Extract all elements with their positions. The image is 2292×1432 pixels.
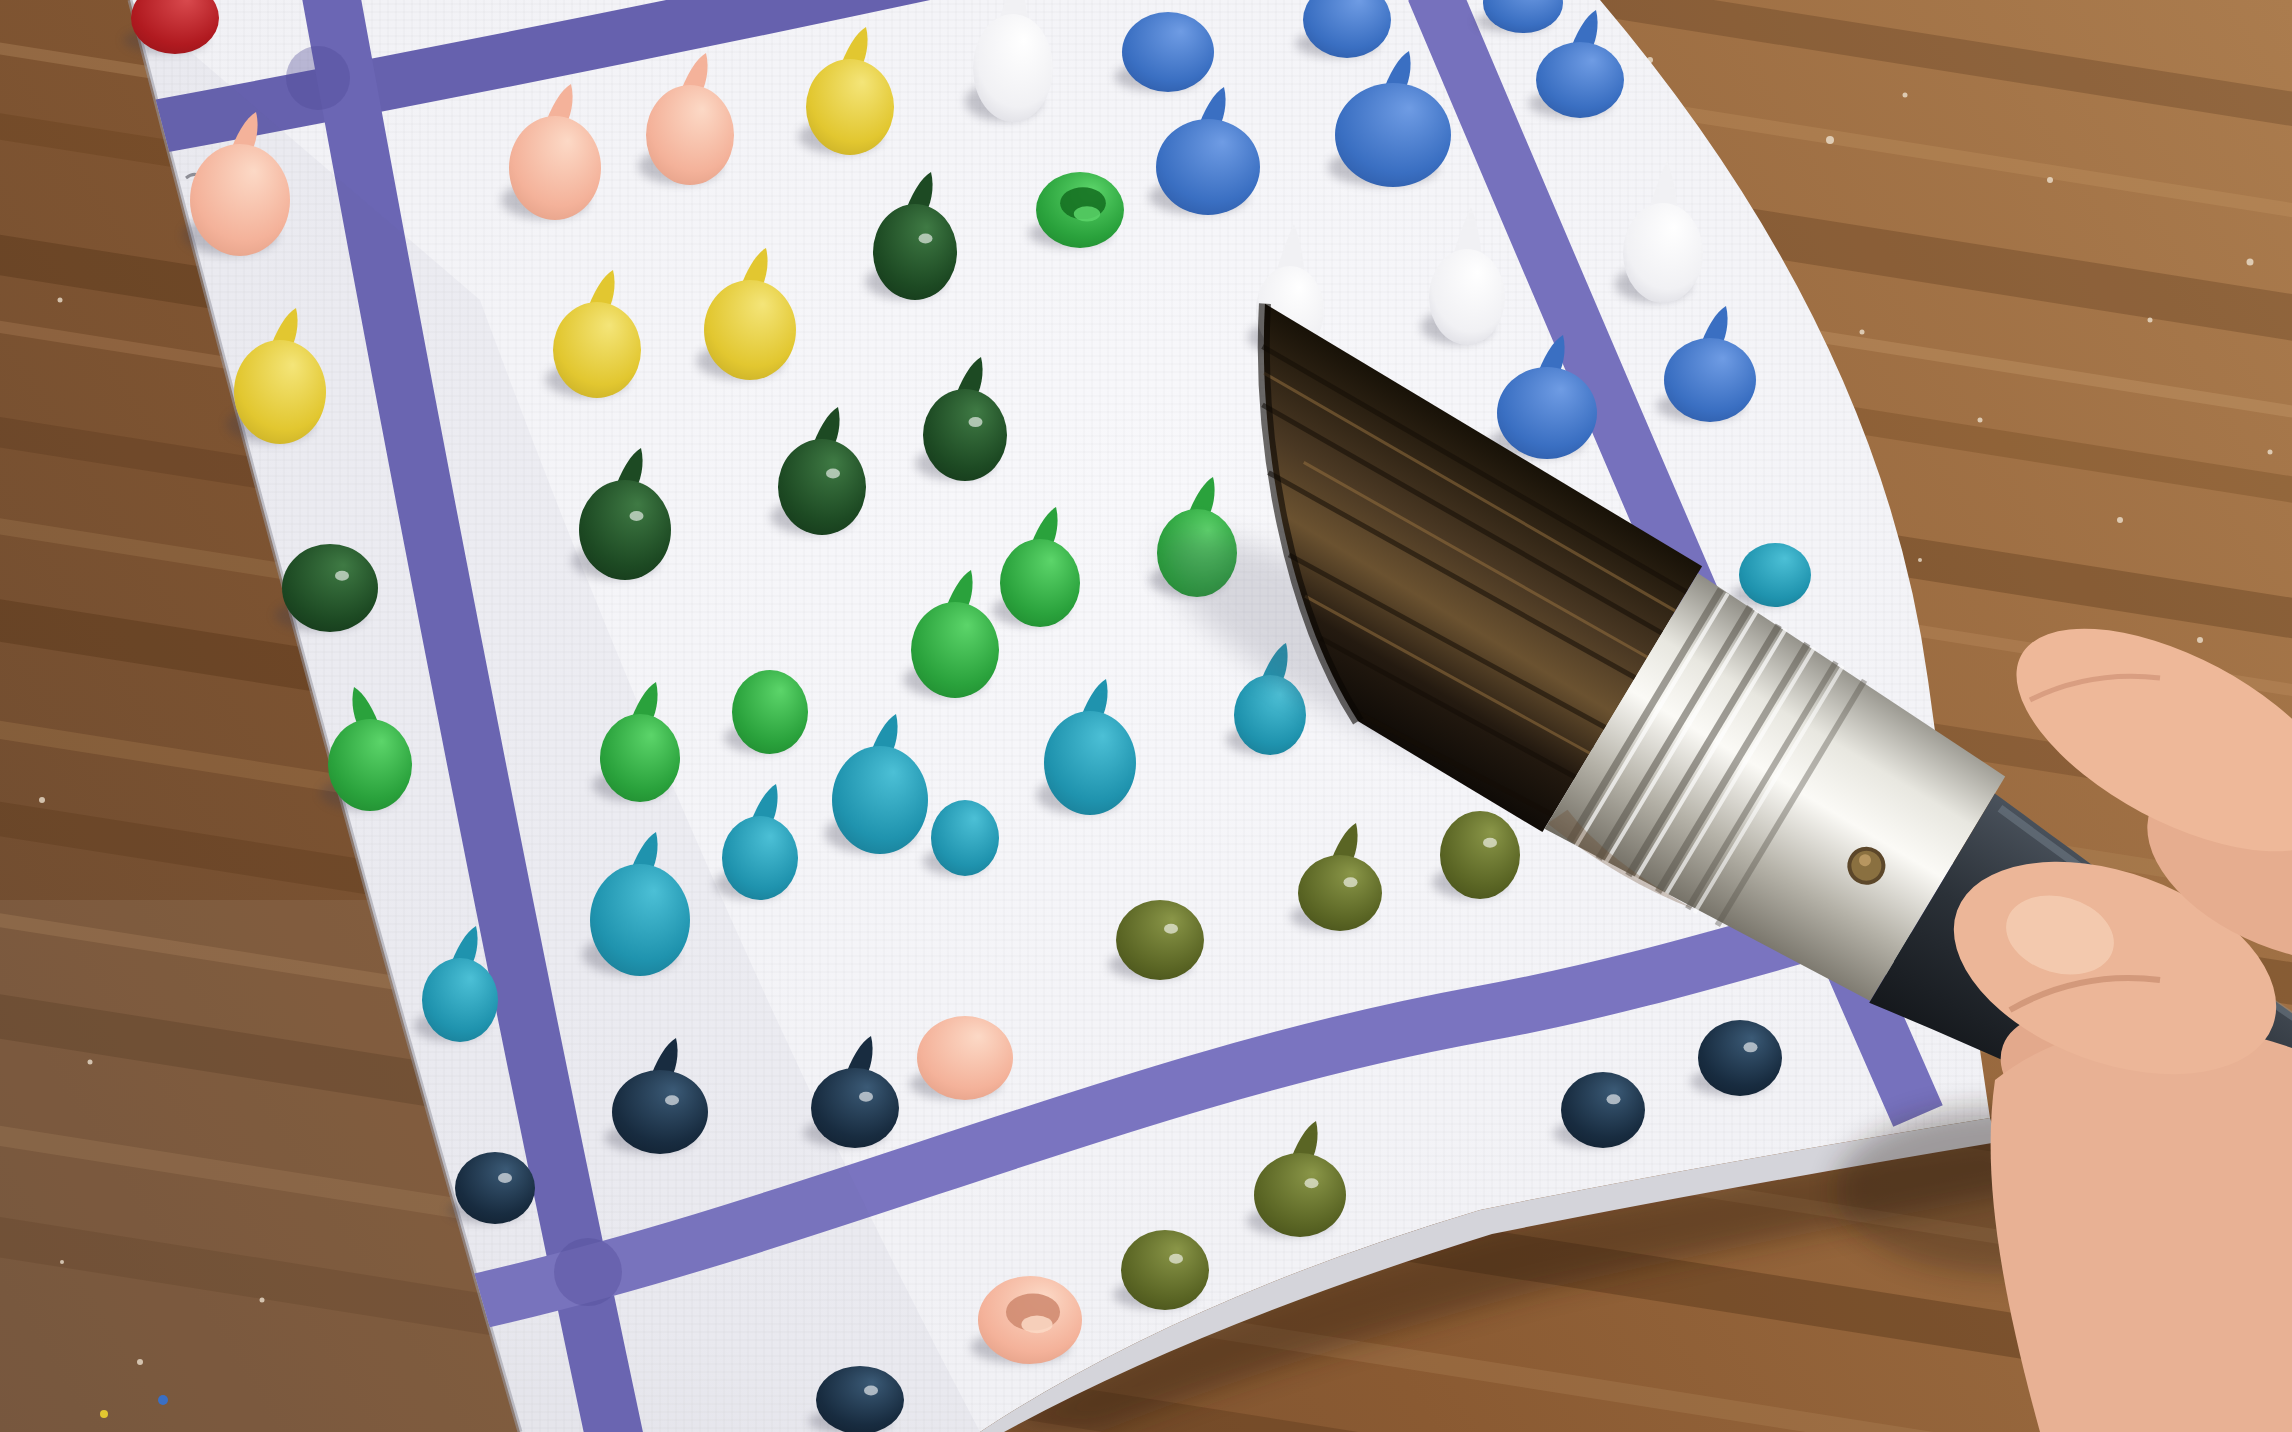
dot-body xyxy=(973,14,1053,122)
dot-glint xyxy=(1305,1178,1319,1188)
dot-body xyxy=(646,85,734,185)
dot-body xyxy=(806,59,894,155)
blue-paint-speck xyxy=(158,1395,168,1405)
dot-body xyxy=(778,439,866,535)
dot-body xyxy=(911,602,999,698)
dot-body xyxy=(328,719,412,811)
dot-body xyxy=(732,670,808,754)
dot-body xyxy=(1536,42,1624,118)
dot-glint xyxy=(498,1173,512,1183)
dot-glint xyxy=(1607,1094,1621,1104)
dot-body xyxy=(590,864,690,976)
dot-glint xyxy=(826,469,840,479)
dot-body xyxy=(1000,539,1080,627)
dot-glint xyxy=(864,1385,878,1395)
dot-body xyxy=(1698,1020,1782,1096)
dot-glint xyxy=(859,1092,873,1102)
dot-body xyxy=(1044,711,1136,815)
dot-body xyxy=(1497,367,1597,459)
dot-body xyxy=(873,204,957,300)
dot-body xyxy=(917,1016,1013,1100)
dot-body xyxy=(1335,83,1451,187)
dot-glint xyxy=(1344,877,1358,887)
yellow-paint-speck xyxy=(100,1410,108,1418)
dot-body xyxy=(455,1152,535,1224)
dot-glint xyxy=(1483,838,1497,848)
dot-body xyxy=(1122,12,1214,92)
dot-body xyxy=(832,746,928,854)
dot-body xyxy=(282,544,378,632)
dot-body xyxy=(234,340,326,444)
dot-body xyxy=(1664,338,1756,422)
dot-body xyxy=(553,302,641,398)
dot-body xyxy=(1156,119,1260,215)
dot-crater-floor xyxy=(1074,206,1100,221)
dot-body xyxy=(1254,1153,1346,1237)
dot-body xyxy=(1429,249,1505,345)
dot-body xyxy=(704,280,796,380)
dot-body xyxy=(600,714,680,802)
dot-body xyxy=(190,144,290,256)
dot-body xyxy=(811,1068,899,1148)
dot-glint xyxy=(1164,924,1178,934)
dot-glint xyxy=(1169,1254,1183,1264)
dot-crater-floor xyxy=(1021,1316,1052,1334)
dot-body xyxy=(612,1070,708,1154)
dot-body xyxy=(1561,1072,1645,1148)
photo-scene xyxy=(0,0,2292,1432)
tape-cross-top-left xyxy=(286,46,350,110)
dot-body xyxy=(1121,1230,1209,1310)
dot-glint xyxy=(969,417,983,427)
dot-body xyxy=(1116,900,1204,980)
dot-body xyxy=(1298,855,1382,931)
dot-body xyxy=(579,480,671,580)
dot-body xyxy=(1739,543,1811,607)
dot-body xyxy=(931,800,999,876)
dot-body xyxy=(816,1366,904,1432)
dot-glint xyxy=(665,1095,679,1105)
dot-glint xyxy=(1744,1042,1758,1052)
dot-glint xyxy=(630,511,644,521)
dot-body xyxy=(1623,203,1703,303)
dot-body xyxy=(1440,811,1520,899)
dot-glint xyxy=(919,234,933,244)
dot-body xyxy=(422,958,498,1042)
palm xyxy=(1991,1025,2292,1432)
dot-glint xyxy=(335,571,349,581)
dot-body xyxy=(509,116,601,220)
dot-body xyxy=(722,816,798,900)
dot-body xyxy=(923,389,1007,481)
